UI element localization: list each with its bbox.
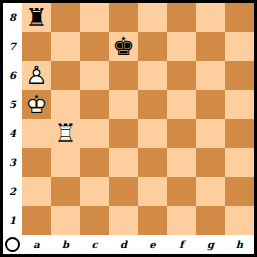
square-g8[interactable] [196,3,225,32]
square-g5[interactable] [196,90,225,119]
square-h7[interactable] [225,32,254,61]
square-d8[interactable] [109,3,138,32]
black-king[interactable]: ♚ [109,32,138,61]
white-rook-outline-icon: ♖ [51,119,80,148]
square-h6[interactable] [225,61,254,90]
square-d5[interactable] [109,90,138,119]
square-g1[interactable] [196,206,225,235]
square-f6[interactable] [167,61,196,90]
square-a6[interactable]: ♟♙ [22,61,51,90]
file-label-h: h [225,239,254,250]
rank-labels: 8 7 6 5 4 3 2 1 [3,3,22,235]
rank-label-5: 5 [3,90,22,119]
rank-label-8: 8 [3,3,22,32]
black-rook-icon: ♜ [22,3,51,32]
square-e8[interactable] [138,3,167,32]
square-a4[interactable] [22,119,51,148]
rank-label-1: 1 [3,206,22,235]
white-king-outline-icon: ♔ [22,90,51,119]
square-c6[interactable] [80,61,109,90]
square-f7[interactable] [167,32,196,61]
square-b8[interactable] [51,3,80,32]
square-b7[interactable] [51,32,80,61]
square-e3[interactable] [138,148,167,177]
square-e4[interactable] [138,119,167,148]
square-f5[interactable] [167,90,196,119]
file-label-f: f [167,239,196,250]
square-c3[interactable] [80,148,109,177]
square-h5[interactable] [225,90,254,119]
square-e6[interactable] [138,61,167,90]
square-g7[interactable] [196,32,225,61]
side-to-move-corner [3,235,22,254]
square-h2[interactable] [225,177,254,206]
square-h1[interactable] [225,206,254,235]
white-to-move-indicator-icon [5,237,20,252]
rank-label-2: 2 [3,177,22,206]
square-c5[interactable] [80,90,109,119]
file-label-b: b [51,239,80,250]
square-e2[interactable] [138,177,167,206]
square-d3[interactable] [109,148,138,177]
square-f4[interactable] [167,119,196,148]
square-a5[interactable]: ♚♔ [22,90,51,119]
square-a2[interactable] [22,177,51,206]
square-a8[interactable]: ♜ [22,3,51,32]
square-d7[interactable]: ♚ [109,32,138,61]
square-f3[interactable] [167,148,196,177]
square-b2[interactable] [51,177,80,206]
square-g4[interactable] [196,119,225,148]
square-c8[interactable] [80,3,109,32]
square-h8[interactable] [225,3,254,32]
rank-label-3: 3 [3,148,22,177]
square-g2[interactable] [196,177,225,206]
square-g6[interactable] [196,61,225,90]
black-rook[interactable]: ♜ [22,3,51,32]
square-c2[interactable] [80,177,109,206]
square-d6[interactable] [109,61,138,90]
chess-diagram: 8 7 6 5 4 3 2 1 ♜♚♟♙♚♔♜♖ a b c d e f g h [0,0,257,257]
square-f8[interactable] [167,3,196,32]
square-b5[interactable] [51,90,80,119]
square-h3[interactable] [225,148,254,177]
square-c4[interactable] [80,119,109,148]
white-rook[interactable]: ♜♖ [51,119,80,148]
square-f1[interactable] [167,206,196,235]
black-king-icon: ♚ [109,32,138,61]
file-label-e: e [138,239,167,250]
square-f2[interactable] [167,177,196,206]
square-d2[interactable] [109,177,138,206]
square-e1[interactable] [138,206,167,235]
square-b1[interactable] [51,206,80,235]
square-b3[interactable] [51,148,80,177]
square-b4[interactable]: ♜♖ [51,119,80,148]
rank-label-4: 4 [3,119,22,148]
board: ♜♚♟♙♚♔♜♖ [22,3,254,235]
file-label-a: a [22,239,51,250]
square-g3[interactable] [196,148,225,177]
square-h4[interactable] [225,119,254,148]
square-c1[interactable] [80,206,109,235]
white-king[interactable]: ♚♔ [22,90,51,119]
file-labels: a b c d e f g h [22,235,254,254]
square-b6[interactable] [51,61,80,90]
square-c7[interactable] [80,32,109,61]
rank-label-7: 7 [3,32,22,61]
square-d4[interactable] [109,119,138,148]
square-d1[interactable] [109,206,138,235]
file-label-g: g [196,239,225,250]
square-a3[interactable] [22,148,51,177]
square-a1[interactable] [22,206,51,235]
square-a7[interactable] [22,32,51,61]
file-label-c: c [80,239,109,250]
square-e7[interactable] [138,32,167,61]
file-label-d: d [109,239,138,250]
white-pawn-outline-icon: ♙ [22,61,51,90]
square-e5[interactable] [138,90,167,119]
rank-label-6: 6 [3,61,22,90]
white-pawn[interactable]: ♟♙ [22,61,51,90]
